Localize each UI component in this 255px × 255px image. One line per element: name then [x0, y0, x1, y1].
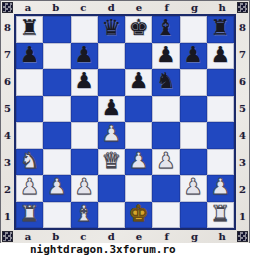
piece-white-queen[interactable]: ♛	[102, 150, 122, 172]
file-label-b: b	[42, 3, 70, 13]
checker-ornament-icon	[2, 231, 13, 242]
square-a7[interactable]: ♟	[16, 43, 43, 70]
square-d5[interactable]: ♟	[98, 96, 125, 123]
piece-black-pawn[interactable]: ♟	[74, 70, 94, 92]
piece-black-pawn[interactable]: ♟	[102, 97, 122, 119]
square-f6[interactable]: ♞	[152, 69, 179, 96]
square-f1[interactable]	[152, 202, 179, 229]
square-f8[interactable]: ♝	[152, 16, 179, 43]
square-f3[interactable]: ♟	[152, 149, 179, 176]
piece-white-pawn[interactable]: ♟	[102, 123, 122, 145]
piece-white-pawn[interactable]: ♟	[129, 150, 149, 172]
rank-label-7: 7	[4, 50, 11, 60]
square-a4[interactable]	[16, 122, 43, 149]
checker-ornament-icon	[237, 2, 248, 13]
file-label-c: c	[70, 3, 98, 13]
square-c2[interactable]: ♟	[71, 175, 98, 202]
square-f2[interactable]	[152, 175, 179, 202]
file-label-d: d	[97, 3, 125, 13]
rank-labels-left: 87654321	[1, 14, 14, 230]
square-h3[interactable]	[207, 149, 234, 176]
file-label-g: g	[181, 232, 209, 242]
file-label-b: b	[42, 232, 70, 242]
rank-label-1: 1	[239, 212, 246, 222]
square-e6[interactable]: ♟	[125, 69, 152, 96]
square-b1[interactable]	[43, 202, 70, 229]
square-a3[interactable]: ♞	[16, 149, 43, 176]
rank-label-4: 4	[4, 131, 11, 141]
piece-black-knight[interactable]: ♞	[156, 70, 176, 92]
piece-white-pawn[interactable]: ♟	[211, 176, 231, 198]
square-b5[interactable]	[43, 96, 70, 123]
square-e1[interactable]: ♚	[125, 202, 152, 229]
piece-black-pawn[interactable]: ♟	[20, 44, 40, 66]
piece-black-pawn[interactable]: ♟	[156, 44, 176, 66]
square-c5[interactable]	[71, 96, 98, 123]
file-labels-bottom: abcdefgh	[14, 230, 236, 243]
rank-label-5: 5	[4, 104, 11, 114]
square-g1[interactable]	[180, 202, 207, 229]
rank-label-2: 2	[239, 185, 246, 195]
square-h2[interactable]: ♟	[207, 175, 234, 202]
square-b4[interactable]	[43, 122, 70, 149]
square-c6[interactable]: ♟	[71, 69, 98, 96]
square-e7[interactable]	[125, 43, 152, 70]
piece-black-pawn[interactable]: ♟	[183, 44, 203, 66]
square-h1[interactable]: ♜	[207, 202, 234, 229]
square-b8[interactable]	[43, 16, 70, 43]
file-label-e: e	[125, 232, 153, 242]
square-c7[interactable]: ♟	[71, 43, 98, 70]
square-h6[interactable]	[207, 69, 234, 96]
piece-white-pawn[interactable]: ♟	[20, 176, 40, 198]
square-a5[interactable]	[16, 96, 43, 123]
square-f5[interactable]	[152, 96, 179, 123]
piece-white-pawn[interactable]: ♟	[183, 176, 203, 198]
square-d4[interactable]: ♟	[98, 122, 125, 149]
footer-bar: nightdragon.3xforum.ro	[0, 243, 255, 255]
piece-black-pawn[interactable]: ♟	[74, 44, 94, 66]
square-b2[interactable]: ♟	[43, 175, 70, 202]
square-d8[interactable]: ♛	[98, 16, 125, 43]
square-d3[interactable]: ♛	[98, 149, 125, 176]
piece-white-rook[interactable]: ♜	[211, 203, 231, 225]
file-label-c: c	[70, 232, 98, 242]
square-h8[interactable]: ♜	[207, 16, 234, 43]
square-d7[interactable]	[98, 43, 125, 70]
file-label-a: a	[14, 232, 42, 242]
file-label-e: e	[125, 3, 153, 13]
piece-white-rook[interactable]: ♜	[20, 203, 40, 225]
square-e4[interactable]	[125, 122, 152, 149]
square-g6[interactable]	[180, 69, 207, 96]
square-d2[interactable]	[98, 175, 125, 202]
rank-label-7: 7	[239, 50, 246, 60]
file-label-f: f	[153, 232, 181, 242]
piece-white-bishop[interactable]: ♝	[74, 203, 94, 225]
square-g8[interactable]	[180, 16, 207, 43]
piece-white-pawn[interactable]: ♟	[74, 176, 94, 198]
square-h7[interactable]: ♟	[207, 43, 234, 70]
rank-label-3: 3	[4, 158, 11, 168]
piece-black-queen[interactable]: ♛	[102, 17, 122, 39]
piece-white-pawn[interactable]: ♟	[47, 176, 67, 198]
frame-corner-top-left	[1, 1, 14, 14]
piece-black-rook[interactable]: ♜	[20, 17, 40, 39]
piece-white-pawn[interactable]: ♟	[156, 150, 176, 172]
watermark-url: nightdragon.3xforum.ro	[30, 244, 176, 255]
file-label-a: a	[14, 3, 42, 13]
square-h4[interactable]	[207, 122, 234, 149]
piece-black-pawn[interactable]: ♟	[211, 44, 231, 66]
square-g4[interactable]	[180, 122, 207, 149]
rank-label-8: 8	[4, 23, 11, 33]
square-d6[interactable]	[98, 69, 125, 96]
rank-label-2: 2	[4, 185, 11, 195]
rank-label-3: 3	[239, 158, 246, 168]
square-a8[interactable]: ♜	[16, 16, 43, 43]
square-g7[interactable]: ♟	[180, 43, 207, 70]
chess-board-frame: abcdefgh 87654321 ♜♛♚♝♜♟♟♟♟♟♟♟♞♟♟♞♛♟♟♟♟♟…	[0, 0, 250, 244]
square-h5[interactable]	[207, 96, 234, 123]
checker-ornament-icon	[237, 231, 248, 242]
square-b3[interactable]	[43, 149, 70, 176]
piece-black-king[interactable]: ♚	[129, 17, 149, 39]
square-g5[interactable]	[180, 96, 207, 123]
rank-labels-right: 87654321	[236, 14, 249, 230]
frame-corner-bottom-left	[1, 230, 14, 243]
piece-black-rook[interactable]: ♜	[211, 17, 231, 39]
square-e3[interactable]: ♟	[125, 149, 152, 176]
rank-label-6: 6	[239, 77, 246, 87]
square-g2[interactable]: ♟	[180, 175, 207, 202]
square-c4[interactable]	[71, 122, 98, 149]
square-b7[interactable]	[43, 43, 70, 70]
file-labels-top: abcdefgh	[14, 1, 236, 14]
rank-label-1: 1	[4, 212, 11, 222]
square-a6[interactable]	[16, 69, 43, 96]
rank-label-5: 5	[239, 104, 246, 114]
file-label-f: f	[153, 3, 181, 13]
file-label-h: h	[208, 3, 236, 13]
file-label-d: d	[97, 232, 125, 242]
square-c3[interactable]	[71, 149, 98, 176]
rank-label-8: 8	[239, 23, 246, 33]
checker-ornament-icon	[2, 2, 13, 13]
piece-black-pawn[interactable]: ♟	[129, 70, 149, 92]
piece-white-king[interactable]: ♚	[129, 203, 149, 225]
frame-corner-bottom-right	[236, 230, 249, 243]
rank-label-6: 6	[4, 77, 11, 87]
square-b6[interactable]	[43, 69, 70, 96]
square-e2[interactable]	[125, 175, 152, 202]
square-g3[interactable]	[180, 149, 207, 176]
square-e8[interactable]: ♚	[125, 16, 152, 43]
square-f4[interactable]	[152, 122, 179, 149]
frame-corner-top-right	[236, 1, 249, 14]
square-a1[interactable]: ♜	[16, 202, 43, 229]
square-f7[interactable]: ♟	[152, 43, 179, 70]
file-label-h: h	[208, 232, 236, 242]
square-d1[interactable]	[98, 202, 125, 229]
square-c1[interactable]: ♝	[71, 202, 98, 229]
rank-label-4: 4	[239, 131, 246, 141]
file-label-g: g	[181, 3, 209, 13]
square-c8[interactable]	[71, 16, 98, 43]
square-e5[interactable]	[125, 96, 152, 123]
piece-black-bishop[interactable]: ♝	[156, 17, 176, 39]
chess-board: ♜♛♚♝♜♟♟♟♟♟♟♟♞♟♟♞♛♟♟♟♟♟♟♟♜♝♚♜	[14, 14, 236, 230]
square-a2[interactable]: ♟	[16, 175, 43, 202]
piece-white-knight[interactable]: ♞	[20, 150, 40, 172]
